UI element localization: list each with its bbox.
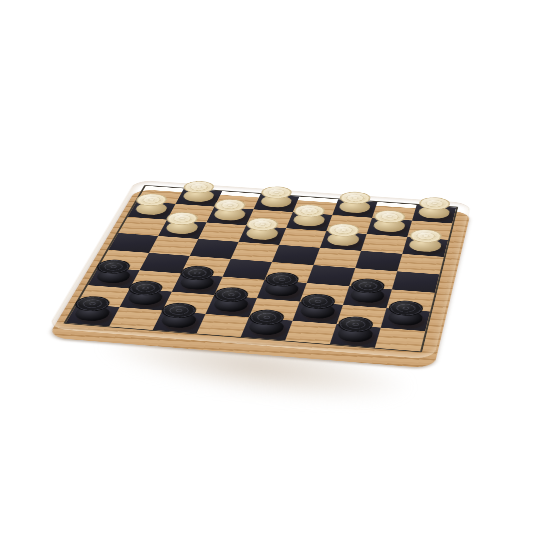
checker-piece-light xyxy=(182,191,216,204)
piece-anchor xyxy=(402,237,448,257)
checker-piece-light xyxy=(165,222,201,236)
piece-anchor xyxy=(158,220,206,239)
piece-anchor xyxy=(330,324,381,348)
checker-piece-dark xyxy=(263,283,300,299)
checker-piece-light xyxy=(213,209,248,223)
checker-piece-light xyxy=(260,196,294,210)
checker-piece-dark xyxy=(73,307,113,324)
checker-piece-light xyxy=(408,239,442,254)
checker-piece-light xyxy=(134,203,169,217)
checker-piece-light xyxy=(373,220,407,234)
piece-anchor xyxy=(206,295,257,317)
checker-piece-light xyxy=(292,215,326,229)
piece-anchor xyxy=(257,280,307,302)
piece-anchor xyxy=(66,304,120,327)
checker-piece-dark xyxy=(337,327,375,344)
product-photo-stage xyxy=(0,0,550,550)
piece-anchor xyxy=(332,199,377,217)
piece-anchor xyxy=(153,310,206,333)
piece-anchor xyxy=(381,308,430,331)
checker-piece-dark xyxy=(299,304,336,321)
piece-anchor xyxy=(320,231,367,251)
checker-piece-light xyxy=(245,228,280,242)
pieces-layer xyxy=(66,186,456,352)
checker-piece-dark xyxy=(212,298,250,315)
checker-piece-light xyxy=(338,202,371,216)
piece-anchor xyxy=(343,286,392,308)
piece-anchor xyxy=(254,194,300,212)
piece-anchor xyxy=(293,302,343,325)
piece-anchor xyxy=(412,205,456,224)
piece-anchor xyxy=(206,207,253,226)
piece-anchor xyxy=(239,225,287,244)
checker-piece-dark xyxy=(126,291,165,307)
checker-piece-dark xyxy=(248,320,286,337)
checker-piece-dark xyxy=(349,289,385,305)
checker-piece-light xyxy=(326,234,361,249)
checkers-board xyxy=(48,180,471,360)
checker-piece-dark xyxy=(160,313,199,330)
checker-piece-dark xyxy=(95,270,133,286)
piece-anchor xyxy=(367,218,412,237)
piece-anchor xyxy=(241,317,293,340)
checker-piece-light xyxy=(418,207,451,221)
checker-piece-dark xyxy=(387,311,424,328)
checker-piece-dark xyxy=(179,276,217,292)
piece-anchor xyxy=(286,212,332,231)
